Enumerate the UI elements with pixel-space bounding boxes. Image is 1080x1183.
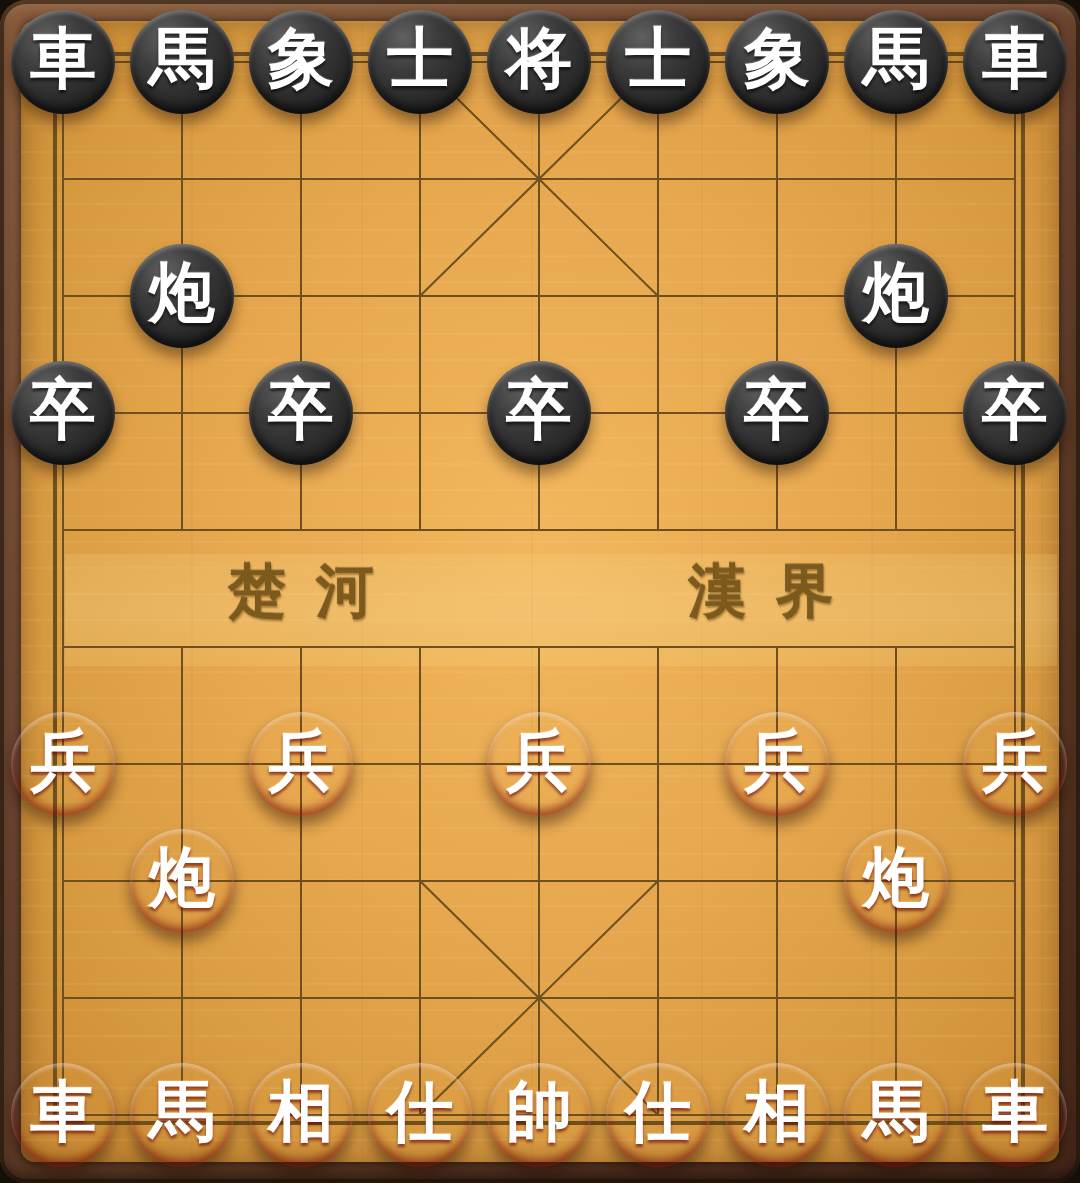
piece-red-chariot[interactable]: 車 [11, 1063, 115, 1167]
piece-glyph: 炮 [149, 260, 215, 326]
piece-red-elephant[interactable]: 相 [249, 1063, 353, 1167]
piece-black-soldier[interactable]: 卒 [487, 361, 591, 465]
piece-glyph: 兵 [268, 728, 334, 794]
piece-black-cannon[interactable]: 炮 [130, 244, 234, 348]
piece-black-chariot[interactable]: 車 [963, 10, 1067, 114]
piece-black-soldier[interactable]: 卒 [249, 361, 353, 465]
piece-red-advisor[interactable]: 仕 [368, 1063, 472, 1167]
piece-glyph: 卒 [268, 377, 334, 443]
river-label-right: 漢界 [688, 556, 864, 626]
piece-glyph: 車 [30, 1079, 96, 1145]
piece-glyph: 仕 [387, 1079, 453, 1145]
piece-glyph: 兵 [982, 728, 1048, 794]
piece-black-general[interactable]: 将 [487, 10, 591, 114]
piece-glyph: 馬 [863, 1079, 929, 1145]
piece-glyph: 馬 [149, 1079, 215, 1145]
piece-glyph: 馬 [149, 26, 215, 92]
piece-glyph: 象 [268, 26, 334, 92]
piece-red-advisor[interactable]: 仕 [606, 1063, 710, 1167]
piece-glyph: 士 [387, 26, 453, 92]
piece-glyph: 士 [625, 26, 691, 92]
piece-red-soldier[interactable]: 兵 [487, 712, 591, 816]
piece-glyph: 帥 [506, 1079, 572, 1145]
piece-glyph: 兵 [30, 728, 96, 794]
piece-black-elephant[interactable]: 象 [725, 10, 829, 114]
piece-glyph: 車 [982, 1079, 1048, 1145]
piece-glyph: 馬 [863, 26, 929, 92]
river-label-left: 楚河 [228, 556, 404, 626]
piece-black-elephant[interactable]: 象 [249, 10, 353, 114]
piece-black-cannon[interactable]: 炮 [844, 244, 948, 348]
piece-glyph: 相 [268, 1079, 334, 1145]
board-grid [0, 0, 1080, 1183]
piece-red-chariot[interactable]: 車 [963, 1063, 1067, 1167]
piece-black-soldier[interactable]: 卒 [11, 361, 115, 465]
xiangqi-app: 楚河 漢界 車馬象士将士象馬車炮炮卒卒卒卒卒兵兵兵兵兵炮炮車馬相仕帥仕相馬車 [0, 0, 1080, 1183]
piece-glyph: 卒 [506, 377, 572, 443]
piece-red-cannon[interactable]: 炮 [130, 829, 234, 933]
piece-red-soldier[interactable]: 兵 [11, 712, 115, 816]
piece-red-elephant[interactable]: 相 [725, 1063, 829, 1167]
piece-glyph: 炮 [863, 260, 929, 326]
piece-glyph: 卒 [30, 377, 96, 443]
piece-glyph: 将 [506, 26, 572, 92]
piece-red-cannon[interactable]: 炮 [844, 829, 948, 933]
piece-glyph: 車 [982, 26, 1048, 92]
piece-glyph: 車 [30, 26, 96, 92]
piece-glyph: 兵 [506, 728, 572, 794]
piece-red-soldier[interactable]: 兵 [725, 712, 829, 816]
piece-glyph: 象 [744, 26, 810, 92]
piece-black-horse[interactable]: 馬 [130, 10, 234, 114]
piece-glyph: 炮 [863, 845, 929, 911]
piece-black-advisor[interactable]: 士 [368, 10, 472, 114]
piece-black-soldier[interactable]: 卒 [963, 361, 1067, 465]
piece-glyph: 炮 [149, 845, 215, 911]
piece-glyph: 兵 [744, 728, 810, 794]
piece-glyph: 卒 [982, 377, 1048, 443]
piece-red-general[interactable]: 帥 [487, 1063, 591, 1167]
piece-black-chariot[interactable]: 車 [11, 10, 115, 114]
piece-red-horse[interactable]: 馬 [130, 1063, 234, 1167]
piece-black-horse[interactable]: 馬 [844, 10, 948, 114]
piece-red-soldier[interactable]: 兵 [249, 712, 353, 816]
piece-glyph: 卒 [744, 377, 810, 443]
piece-black-advisor[interactable]: 士 [606, 10, 710, 114]
piece-glyph: 相 [744, 1079, 810, 1145]
piece-glyph: 仕 [625, 1079, 691, 1145]
piece-black-soldier[interactable]: 卒 [725, 361, 829, 465]
piece-red-soldier[interactable]: 兵 [963, 712, 1067, 816]
piece-red-horse[interactable]: 馬 [844, 1063, 948, 1167]
